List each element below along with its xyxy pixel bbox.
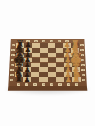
coord-slot: 6 [31,83,39,86]
coord-slot: 4 [48,83,56,86]
coord-slot: 5 [40,40,48,43]
coord-front-5: 5 [42,83,45,86]
chess-set-product-photo: aabbccddeeffgghh8765432187654321♜♟♟♜♞♟♟♞… [0,0,95,126]
coord-back-3: 3 [58,40,61,43]
piece-white-pawn: ♟ [65,76,71,83]
coord-slot: 6 [32,40,40,43]
coord-back-4: 4 [50,40,53,43]
coord-front-3: 3 [58,83,61,86]
coord-slot: 4 [48,40,56,43]
piece-black-rook: ♜ [14,74,23,84]
coord-slot: 3 [56,83,64,86]
coord-front-6: 6 [33,83,36,86]
coord-front-4: 4 [50,83,53,86]
coord-slot: 5 [39,83,47,86]
coord-right-g: g [82,74,85,77]
coord-slot: 3 [55,40,63,43]
coord-back-6: 6 [34,40,37,43]
piece-white-rook: ♜ [72,74,81,84]
piece-black-pawn: ♟ [24,76,30,83]
coord-left-h: h [10,79,13,82]
coord-back-5: 5 [42,40,45,43]
